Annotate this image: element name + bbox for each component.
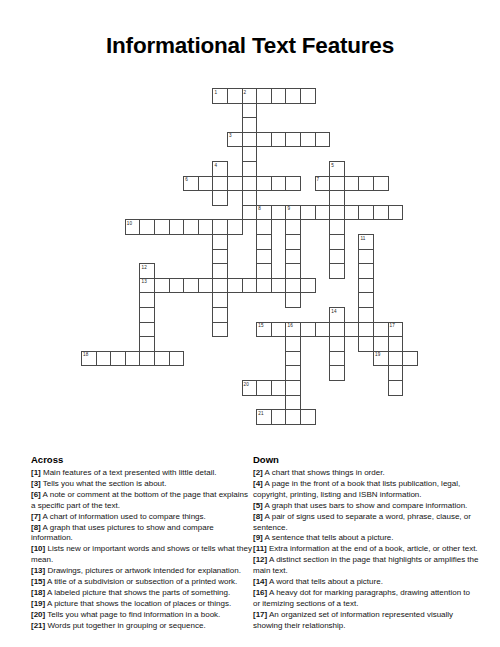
grid-cell[interactable]: 13 <box>139 278 155 294</box>
clue-item: [18] A labeled picture that shows the pa… <box>31 588 254 599</box>
clue-item: [12] A distinct section in the page that… <box>253 555 479 577</box>
cell-number: 11 <box>360 236 365 241</box>
cell-number: 4 <box>214 163 217 168</box>
grid-cell[interactable] <box>344 176 360 192</box>
cell-number: 19 <box>375 352 381 357</box>
down-clue-list: [2] A chart that shows things in order.[… <box>253 468 479 632</box>
grid-cell[interactable] <box>300 278 316 294</box>
grid-cell[interactable] <box>96 351 112 367</box>
grid-cell[interactable] <box>256 132 272 148</box>
clue-item: [9] A sentence that tells about a pictur… <box>253 533 479 544</box>
grid-cell[interactable] <box>285 132 301 148</box>
clue-item: [14] A word that tells about a picture. <box>253 577 479 588</box>
clue-item: [20] Tells you what page to find informa… <box>31 610 254 621</box>
clue-item: [1] Main features of a text presented wi… <box>31 468 254 479</box>
cell-number: 6 <box>185 177 188 182</box>
grid-cell[interactable] <box>198 176 214 192</box>
grid-cell[interactable]: 7 <box>315 176 331 192</box>
grid-cell[interactable] <box>256 278 272 294</box>
page-title: Informational Text Features <box>0 33 500 59</box>
clue-number: [4] <box>253 479 263 488</box>
grid-cell[interactable] <box>212 190 228 206</box>
grid-cell[interactable] <box>256 380 272 396</box>
clue-number: [7] <box>31 512 41 521</box>
grid-cell[interactable] <box>388 351 404 367</box>
grid-cell[interactable] <box>212 219 228 235</box>
grid-cell[interactable] <box>358 176 374 192</box>
grid-cell[interactable] <box>139 336 155 352</box>
grid-cell[interactable] <box>256 249 272 265</box>
grid-cell[interactable] <box>242 176 258 192</box>
grid-cell[interactable]: 2 <box>242 88 258 104</box>
clue-item: [16] A heavy dot for marking paragraphs,… <box>253 588 479 610</box>
grid-cell[interactable] <box>285 336 301 352</box>
grid-cell[interactable] <box>300 205 316 221</box>
grid-cell[interactable] <box>402 351 418 367</box>
grid-cell[interactable] <box>154 219 170 235</box>
grid-cell[interactable] <box>285 88 301 104</box>
cell-number: 5 <box>331 163 334 168</box>
grid-cell[interactable] <box>110 351 126 367</box>
grid-cell[interactable] <box>212 278 228 294</box>
grid-cell[interactable]: 3 <box>227 132 243 148</box>
clue-item: [21] Words put together in grouping or s… <box>31 621 254 632</box>
grid-cell[interactable] <box>139 307 155 323</box>
grid-cell[interactable] <box>329 190 345 206</box>
clue-number: [8] <box>31 523 41 532</box>
cell-number: 8 <box>258 206 261 211</box>
across-header: Across <box>31 454 254 465</box>
grid-cell[interactable] <box>227 278 243 294</box>
grid-cell[interactable] <box>329 263 345 279</box>
grid-cell[interactable] <box>315 322 331 338</box>
grid-cell[interactable] <box>256 176 272 192</box>
grid-cell[interactable]: 12 <box>139 263 155 279</box>
grid-cell[interactable] <box>329 205 345 221</box>
clue-item: [10] Lists new or important words and sh… <box>31 544 254 566</box>
grid-cell[interactable] <box>285 365 301 381</box>
grid-cell[interactable] <box>358 322 374 338</box>
clue-number: [14] <box>253 577 267 586</box>
grid-cell[interactable] <box>125 351 141 367</box>
grid-cell[interactable] <box>388 336 404 352</box>
grid-cell[interactable] <box>329 219 345 235</box>
clue-number: [21] <box>31 621 45 630</box>
clue-number: [20] <box>31 610 45 619</box>
clue-number: [1] <box>31 468 41 477</box>
grid-cell[interactable] <box>154 351 170 367</box>
grid-cell[interactable] <box>329 249 345 265</box>
grid-cell[interactable] <box>212 176 228 192</box>
grid-cell[interactable] <box>242 190 258 206</box>
grid-cell[interactable] <box>329 234 345 250</box>
grid-cell[interactable] <box>242 132 258 148</box>
grid-cell[interactable] <box>198 278 214 294</box>
grid-cell[interactable] <box>300 132 316 148</box>
clue-number: [9] <box>253 533 263 542</box>
grid-cell[interactable] <box>242 278 258 294</box>
cell-number: 17 <box>390 323 396 328</box>
cell-number: 15 <box>258 323 264 328</box>
grid-cell[interactable] <box>271 409 287 425</box>
clue-number: [16] <box>253 588 267 597</box>
grid-cell[interactable]: 9 <box>285 205 301 221</box>
grid-cell[interactable] <box>285 380 301 396</box>
grid-cell[interactable]: 18 <box>81 351 97 367</box>
grid-cell[interactable]: 6 <box>183 176 199 192</box>
clue-number: [8] <box>253 512 263 521</box>
grid-cell[interactable] <box>329 322 345 338</box>
cell-number: 1 <box>214 90 217 95</box>
grid-cell[interactable] <box>285 351 301 367</box>
cell-number: 16 <box>287 323 293 328</box>
clue-number: [12] <box>253 555 267 564</box>
cell-number: 13 <box>141 279 147 284</box>
grid-cell[interactable] <box>227 176 243 192</box>
grid-cell[interactable] <box>329 336 345 352</box>
grid-cell[interactable] <box>242 146 258 162</box>
grid-cell[interactable] <box>256 263 272 279</box>
clue-item: [4] A page in the front of a book that l… <box>253 479 479 501</box>
grid-cell[interactable] <box>344 205 360 221</box>
grid-cell[interactable] <box>212 307 228 323</box>
grid-cell[interactable] <box>271 205 287 221</box>
grid-cell[interactable] <box>358 263 374 279</box>
grid-cell[interactable] <box>373 205 389 221</box>
grid-cell[interactable] <box>388 205 404 221</box>
down-clues-section: Down [2] A chart that shows things in or… <box>253 454 479 632</box>
grid-cell[interactable] <box>271 88 287 104</box>
cell-number: 10 <box>127 221 133 226</box>
grid-cell[interactable]: 14 <box>329 307 345 323</box>
grid-cell[interactable] <box>329 176 345 192</box>
grid-cell[interactable]: 1 <box>212 88 228 104</box>
clue-number: [2] <box>253 468 263 477</box>
grid-cell[interactable] <box>271 380 287 396</box>
clue-number: [3] <box>31 479 41 488</box>
grid-cell[interactable] <box>285 263 301 279</box>
cell-number: 7 <box>317 177 320 182</box>
grid-cell[interactable]: 11 <box>358 234 374 250</box>
clue-item: [5] A graph that uses bars to show and c… <box>253 501 479 512</box>
grid-cell[interactable] <box>242 205 258 221</box>
grid-cell[interactable] <box>285 249 301 265</box>
clue-number: [13] <box>31 566 45 575</box>
grid-cell[interactable] <box>198 219 214 235</box>
grid-cell[interactable] <box>285 278 301 294</box>
grid-cell[interactable] <box>358 307 374 323</box>
worksheet-page: Informational Text Features 123456789101… <box>0 0 500 647</box>
grid-cell[interactable] <box>285 176 301 192</box>
grid-cell[interactable] <box>256 234 272 250</box>
grid-cell[interactable] <box>242 103 258 119</box>
cell-number: 21 <box>258 411 264 416</box>
grid-cell[interactable] <box>212 322 228 338</box>
grid-cell[interactable] <box>139 351 155 367</box>
clue-item: [6] A note or comment at the bottom of t… <box>31 490 254 512</box>
grid-cell[interactable] <box>344 322 360 338</box>
cell-number: 2 <box>244 90 247 95</box>
grid-cell[interactable] <box>285 292 301 308</box>
clue-number: [6] <box>31 490 41 499</box>
grid-cell[interactable]: 15 <box>256 322 272 338</box>
grid-cell[interactable] <box>139 292 155 308</box>
grid-cell[interactable]: 21 <box>256 409 272 425</box>
grid-cell[interactable]: 8 <box>256 205 272 221</box>
grid-cell[interactable] <box>358 249 374 265</box>
grid-cell[interactable] <box>285 409 301 425</box>
grid-cell[interactable]: 16 <box>285 322 301 338</box>
grid-cell[interactable] <box>256 219 272 235</box>
grid-cell[interactable] <box>300 88 316 104</box>
clue-item: [3] Tells you what the section is about. <box>31 479 254 490</box>
grid-cell[interactable] <box>139 322 155 338</box>
grid-cell[interactable] <box>169 278 185 294</box>
grid-cell[interactable] <box>315 205 331 221</box>
grid-cell[interactable] <box>271 176 287 192</box>
grid-cell[interactable] <box>212 234 228 250</box>
clue-item: [8] A graph that uses pictures to show a… <box>31 523 254 545</box>
clue-number: [18] <box>31 588 45 597</box>
grid-cell[interactable] <box>358 336 374 352</box>
cell-number: 14 <box>331 309 337 314</box>
cell-number: 18 <box>83 352 89 357</box>
grid-cell[interactable] <box>329 351 345 367</box>
grid-cell[interactable] <box>285 219 301 235</box>
grid-cell[interactable] <box>169 219 185 235</box>
grid-cell[interactable]: 20 <box>242 380 258 396</box>
clue-item: [7] A chart of information used to compa… <box>31 512 254 523</box>
grid-cell[interactable]: 19 <box>373 351 389 367</box>
grid-cell[interactable] <box>358 278 374 294</box>
grid-cell[interactable] <box>358 292 374 308</box>
grid-cell[interactable]: 10 <box>125 219 141 235</box>
grid-cell[interactable]: 5 <box>329 161 345 177</box>
clue-item: [19] A picture that shows the location o… <box>31 599 254 610</box>
clue-number: [5] <box>253 501 263 510</box>
clue-number: [11] <box>253 544 267 553</box>
grid-cell[interactable] <box>329 365 345 381</box>
grid-cell[interactable] <box>271 322 287 338</box>
grid-cell[interactable] <box>242 117 258 133</box>
grid-cell[interactable] <box>285 395 301 411</box>
cell-number: 3 <box>229 133 232 138</box>
grid-cell[interactable] <box>358 205 374 221</box>
cell-number: 12 <box>141 265 147 270</box>
grid-cell[interactable] <box>300 409 316 425</box>
grid-cell[interactable] <box>388 365 404 381</box>
grid-cell[interactable] <box>373 322 389 338</box>
cell-number: 20 <box>244 382 250 387</box>
grid-cell[interactable] <box>315 132 331 148</box>
clue-item: [11] Extra information at the end of a b… <box>253 544 479 555</box>
grid-cell[interactable] <box>271 278 287 294</box>
grid-cell[interactable] <box>227 88 243 104</box>
grid-cell[interactable]: 17 <box>388 322 404 338</box>
grid-cell[interactable] <box>212 263 228 279</box>
grid-cell[interactable] <box>256 88 272 104</box>
across-clue-list: [1] Main features of a text presented wi… <box>31 468 254 632</box>
grid-cell[interactable] <box>300 322 316 338</box>
grid-cell[interactable] <box>139 219 155 235</box>
down-header: Down <box>253 454 479 465</box>
grid-cell[interactable] <box>183 219 199 235</box>
across-clues-section: Across [1] Main features of a text prese… <box>31 454 254 632</box>
clue-item: [8] A pair of signs used to separate a w… <box>253 512 479 534</box>
grid-cell[interactable] <box>388 380 404 396</box>
grid-cell[interactable] <box>242 161 258 177</box>
clue-number: [15] <box>31 577 45 586</box>
grid-cell[interactable] <box>285 234 301 250</box>
grid-cell[interactable] <box>154 278 170 294</box>
grid-cell[interactable] <box>183 278 199 294</box>
clue-number: [17] <box>253 610 267 619</box>
cell-number: 9 <box>287 206 290 211</box>
clue-item: [17] An organized set of information rep… <box>253 610 479 632</box>
grid-cell[interactable]: 4 <box>212 161 228 177</box>
clue-item: [2] A chart that shows things in order. <box>253 468 479 479</box>
grid-cell[interactable] <box>271 132 287 148</box>
clue-number: [19] <box>31 599 45 608</box>
grid-cell[interactable] <box>227 219 243 235</box>
clue-number: [10] <box>31 544 45 553</box>
grid-cell[interactable] <box>169 351 185 367</box>
crossword-grid: 123456789101112131415161718192021 <box>81 88 418 425</box>
grid-cell[interactable] <box>212 292 228 308</box>
grid-cell[interactable] <box>212 249 228 265</box>
grid-cell[interactable] <box>373 176 389 192</box>
clue-item: [13] Drawings, pictures or artwork inten… <box>31 566 254 577</box>
clue-item: [15] A title of a subdivision or subsect… <box>31 577 254 588</box>
